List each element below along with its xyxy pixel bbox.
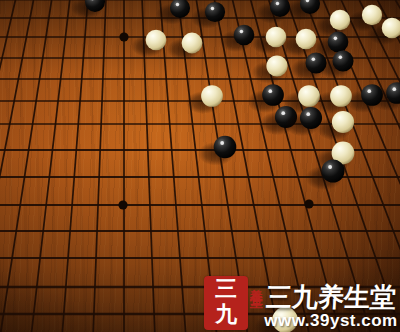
watermark-brand-text: 三九养生堂 <box>262 280 400 315</box>
watermark-url: www.39yst.com <box>263 311 399 331</box>
watermark-seal-side-text: 養生堂 <box>249 278 263 332</box>
seal-char-2: 九 <box>204 302 248 328</box>
watermark-seal: 三 九 <box>204 276 248 330</box>
seal-char-1: 三 <box>204 276 248 302</box>
go-board-photo: 三 九 養生堂 三九养生堂 www.39yst.com <box>0 0 400 332</box>
